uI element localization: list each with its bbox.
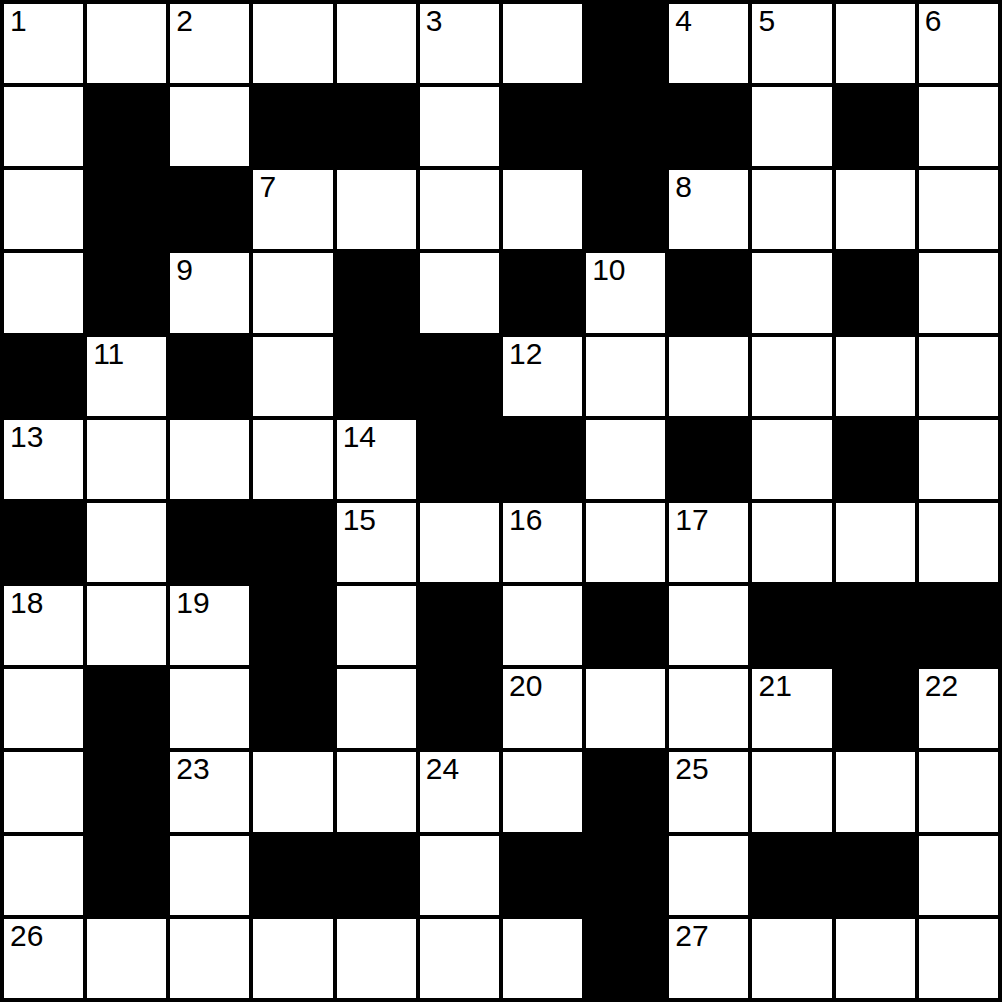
clue-number-11: 11 xyxy=(93,339,124,369)
clue-number-17: 17 xyxy=(675,505,708,535)
letter-cell-r7-c9[interactable]: 17 xyxy=(669,503,748,582)
letter-cell-r2-c12[interactable] xyxy=(919,87,998,166)
black-cell-r2-c11 xyxy=(836,87,915,166)
letter-cell-r11-c9[interactable] xyxy=(669,836,748,915)
letter-cell-r2-c1[interactable] xyxy=(4,87,83,166)
clue-number-25: 25 xyxy=(675,754,708,784)
black-cell-r7-c3 xyxy=(170,503,249,582)
letter-cell-r12-c6[interactable] xyxy=(420,919,499,998)
crossword-board: 1234567891011121314151617181920212223242… xyxy=(0,0,1002,1002)
letter-cell-r1-c5[interactable] xyxy=(337,4,416,83)
letter-cell-r9-c12[interactable]: 22 xyxy=(919,669,998,748)
clue-number-23: 23 xyxy=(176,754,209,784)
letter-cell-r3-c1[interactable] xyxy=(4,170,83,249)
black-cell-r2-c5 xyxy=(337,87,416,166)
clue-number-22: 22 xyxy=(925,671,958,701)
clue-number-21: 21 xyxy=(758,671,791,701)
letter-cell-r5-c11[interactable] xyxy=(836,337,915,416)
letter-cell-r6-c3[interactable] xyxy=(170,420,249,499)
letter-cell-r12-c11[interactable] xyxy=(836,919,915,998)
clue-number-16: 16 xyxy=(509,505,542,535)
black-cell-r3-c2 xyxy=(87,170,166,249)
clue-number-1: 1 xyxy=(10,6,27,36)
letter-cell-r8-c9[interactable] xyxy=(669,586,748,665)
letter-cell-r5-c7[interactable]: 12 xyxy=(503,337,582,416)
letter-cell-r12-c1[interactable]: 26 xyxy=(4,919,83,998)
clue-number-10: 10 xyxy=(592,255,625,285)
black-cell-r5-c6 xyxy=(420,337,499,416)
black-cell-r7-c4 xyxy=(253,503,332,582)
letter-cell-r4-c6[interactable] xyxy=(420,253,499,332)
black-cell-r8-c6 xyxy=(420,586,499,665)
letter-cell-r11-c6[interactable] xyxy=(420,836,499,915)
letter-cell-r5-c10[interactable] xyxy=(752,337,831,416)
letter-cell-r8-c1[interactable]: 18 xyxy=(4,586,83,665)
letter-cell-r2-c10[interactable] xyxy=(752,87,831,166)
letter-cell-r8-c7[interactable] xyxy=(503,586,582,665)
black-cell-r4-c11 xyxy=(836,253,915,332)
letter-cell-r12-c3[interactable] xyxy=(170,919,249,998)
black-cell-r4-c2 xyxy=(87,253,166,332)
letter-cell-r1-c9[interactable]: 4 xyxy=(669,4,748,83)
black-cell-r2-c4 xyxy=(253,87,332,166)
black-cell-r3-c3 xyxy=(170,170,249,249)
black-cell-r9-c6 xyxy=(420,669,499,748)
letter-cell-r7-c8[interactable] xyxy=(586,503,665,582)
black-cell-r2-c8 xyxy=(586,87,665,166)
letter-cell-r10-c1[interactable] xyxy=(4,752,83,831)
black-cell-r3-c8 xyxy=(586,170,665,249)
letter-cell-r2-c6[interactable] xyxy=(420,87,499,166)
letter-cell-r6-c2[interactable] xyxy=(87,420,166,499)
letter-cell-r9-c5[interactable] xyxy=(337,669,416,748)
black-cell-r12-c8 xyxy=(586,919,665,998)
letter-cell-r7-c11[interactable] xyxy=(836,503,915,582)
letter-cell-r3-c9[interactable]: 8 xyxy=(669,170,748,249)
letter-cell-r12-c9[interactable]: 27 xyxy=(669,919,748,998)
letter-cell-r1-c7[interactable] xyxy=(503,4,582,83)
clue-number-13: 13 xyxy=(10,422,43,452)
black-cell-r10-c2 xyxy=(87,752,166,831)
letter-cell-r9-c1[interactable] xyxy=(4,669,83,748)
black-cell-r6-c7 xyxy=(503,420,582,499)
clue-number-14: 14 xyxy=(343,422,376,452)
clue-number-20: 20 xyxy=(509,671,542,701)
letter-cell-r10-c11[interactable] xyxy=(836,752,915,831)
letter-cell-r3-c4[interactable]: 7 xyxy=(253,170,332,249)
letter-cell-r6-c10[interactable] xyxy=(752,420,831,499)
letter-cell-r6-c12[interactable] xyxy=(919,420,998,499)
letter-cell-r7-c12[interactable] xyxy=(919,503,998,582)
clue-number-9: 9 xyxy=(176,255,193,285)
black-cell-r6-c6 xyxy=(420,420,499,499)
letter-cell-r9-c10[interactable]: 21 xyxy=(752,669,831,748)
letter-cell-r11-c1[interactable] xyxy=(4,836,83,915)
letter-cell-r1-c11[interactable] xyxy=(836,4,915,83)
letter-cell-r4-c3[interactable]: 9 xyxy=(170,253,249,332)
black-cell-r8-c10 xyxy=(752,586,831,665)
letter-cell-r9-c8[interactable] xyxy=(586,669,665,748)
letter-cell-r4-c10[interactable] xyxy=(752,253,831,332)
letter-cell-r12-c4[interactable] xyxy=(253,919,332,998)
letter-cell-r1-c4[interactable] xyxy=(253,4,332,83)
letter-cell-r4-c8[interactable]: 10 xyxy=(586,253,665,332)
letter-cell-r7-c2[interactable] xyxy=(87,503,166,582)
letter-cell-r5-c8[interactable] xyxy=(586,337,665,416)
black-cell-r5-c5 xyxy=(337,337,416,416)
clue-number-18: 18 xyxy=(10,588,43,618)
black-cell-r11-c4 xyxy=(253,836,332,915)
letter-cell-r11-c3[interactable] xyxy=(170,836,249,915)
clue-number-15: 15 xyxy=(343,505,376,535)
black-cell-r6-c9 xyxy=(669,420,748,499)
black-cell-r2-c9 xyxy=(669,87,748,166)
letter-cell-r6-c4[interactable] xyxy=(253,420,332,499)
letter-cell-r1-c12[interactable]: 6 xyxy=(919,4,998,83)
letter-cell-r11-c12[interactable] xyxy=(919,836,998,915)
letter-cell-r9-c3[interactable] xyxy=(170,669,249,748)
letter-cell-r4-c12[interactable] xyxy=(919,253,998,332)
black-cell-r8-c12 xyxy=(919,586,998,665)
black-cell-r5-c3 xyxy=(170,337,249,416)
letter-cell-r1-c3[interactable]: 2 xyxy=(170,4,249,83)
clue-number-2: 2 xyxy=(176,6,193,36)
letter-cell-r3-c7[interactable] xyxy=(503,170,582,249)
letter-cell-r10-c6[interactable]: 24 xyxy=(420,752,499,831)
letter-cell-r10-c5[interactable] xyxy=(337,752,416,831)
letter-cell-r7-c6[interactable] xyxy=(420,503,499,582)
letter-cell-r2-c3[interactable] xyxy=(170,87,249,166)
letter-cell-r7-c5[interactable]: 15 xyxy=(337,503,416,582)
black-cell-r11-c2 xyxy=(87,836,166,915)
letter-cell-r1-c2[interactable] xyxy=(87,4,166,83)
clue-number-26: 26 xyxy=(10,921,43,951)
black-cell-r11-c5 xyxy=(337,836,416,915)
letter-cell-r12-c2[interactable] xyxy=(87,919,166,998)
black-cell-r9-c2 xyxy=(87,669,166,748)
black-cell-r4-c5 xyxy=(337,253,416,332)
black-cell-r11-c10 xyxy=(752,836,831,915)
letter-cell-r10-c12[interactable] xyxy=(919,752,998,831)
clue-number-5: 5 xyxy=(758,6,775,36)
clue-number-8: 8 xyxy=(675,172,692,202)
letter-cell-r8-c2[interactable] xyxy=(87,586,166,665)
letter-cell-r3-c10[interactable] xyxy=(752,170,831,249)
clue-number-4: 4 xyxy=(675,6,692,36)
letter-cell-r1-c6[interactable]: 3 xyxy=(420,4,499,83)
letter-cell-r3-c6[interactable] xyxy=(420,170,499,249)
clue-number-24: 24 xyxy=(426,754,459,784)
clue-number-7: 7 xyxy=(259,172,276,202)
clue-number-12: 12 xyxy=(509,339,542,369)
black-cell-r2-c2 xyxy=(87,87,166,166)
letter-cell-r10-c3[interactable]: 23 xyxy=(170,752,249,831)
black-cell-r4-c9 xyxy=(669,253,748,332)
letter-cell-r9-c9[interactable] xyxy=(669,669,748,748)
black-cell-r8-c4 xyxy=(253,586,332,665)
black-cell-r11-c7 xyxy=(503,836,582,915)
black-cell-r2-c7 xyxy=(503,87,582,166)
letter-cell-r7-c10[interactable] xyxy=(752,503,831,582)
letter-cell-r4-c1[interactable] xyxy=(4,253,83,332)
letter-cell-r10-c9[interactable]: 25 xyxy=(669,752,748,831)
letter-cell-r10-c4[interactable] xyxy=(253,752,332,831)
clue-number-6: 6 xyxy=(925,6,942,36)
black-cell-r8-c11 xyxy=(836,586,915,665)
letter-cell-r6-c1[interactable]: 13 xyxy=(4,420,83,499)
black-cell-r9-c4 xyxy=(253,669,332,748)
black-cell-r5-c1 xyxy=(4,337,83,416)
letter-cell-r12-c5[interactable] xyxy=(337,919,416,998)
letter-cell-r9-c7[interactable]: 20 xyxy=(503,669,582,748)
clue-number-3: 3 xyxy=(426,6,443,36)
black-cell-r10-c8 xyxy=(586,752,665,831)
letter-cell-r5-c12[interactable] xyxy=(919,337,998,416)
letter-cell-r5-c2[interactable]: 11 xyxy=(87,337,166,416)
black-cell-r11-c8 xyxy=(586,836,665,915)
letter-cell-r12-c12[interactable] xyxy=(919,919,998,998)
black-cell-r1-c8 xyxy=(586,4,665,83)
letter-cell-r12-c7[interactable] xyxy=(503,919,582,998)
clue-number-19: 19 xyxy=(176,588,209,618)
letter-cell-r3-c11[interactable] xyxy=(836,170,915,249)
letter-cell-r1-c10[interactable]: 5 xyxy=(752,4,831,83)
letter-cell-r12-c10[interactable] xyxy=(752,919,831,998)
black-cell-r11-c11 xyxy=(836,836,915,915)
black-cell-r7-c1 xyxy=(4,503,83,582)
letter-cell-r10-c7[interactable] xyxy=(503,752,582,831)
letter-cell-r5-c9[interactable] xyxy=(669,337,748,416)
letter-cell-r8-c5[interactable] xyxy=(337,586,416,665)
letter-cell-r10-c10[interactable] xyxy=(752,752,831,831)
black-cell-r9-c11 xyxy=(836,669,915,748)
black-cell-r4-c7 xyxy=(503,253,582,332)
letter-cell-r3-c5[interactable] xyxy=(337,170,416,249)
letter-cell-r8-c3[interactable]: 19 xyxy=(170,586,249,665)
letter-cell-r6-c5[interactable]: 14 xyxy=(337,420,416,499)
letter-cell-r6-c8[interactable] xyxy=(586,420,665,499)
letter-cell-r5-c4[interactable] xyxy=(253,337,332,416)
letter-cell-r1-c1[interactable]: 1 xyxy=(4,4,83,83)
black-cell-r6-c11 xyxy=(836,420,915,499)
letter-cell-r3-c12[interactable] xyxy=(919,170,998,249)
clue-number-27: 27 xyxy=(675,921,708,951)
letter-cell-r4-c4[interactable] xyxy=(253,253,332,332)
black-cell-r8-c8 xyxy=(586,586,665,665)
letter-cell-r7-c7[interactable]: 16 xyxy=(503,503,582,582)
